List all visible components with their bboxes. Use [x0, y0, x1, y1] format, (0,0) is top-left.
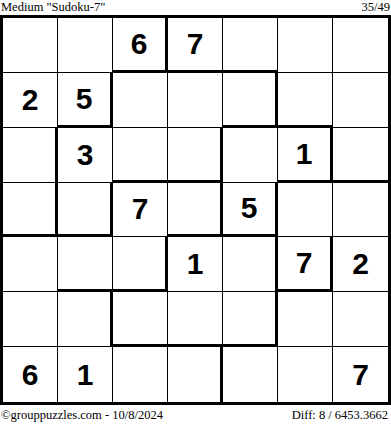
- cell-r4c3[interactable]: 7: [113, 183, 168, 238]
- cell-r3c1[interactable]: [3, 128, 58, 183]
- given-digit: 7: [296, 248, 313, 278]
- given-digit: 3: [77, 140, 94, 170]
- cell-r4c1[interactable]: [3, 183, 58, 238]
- sudoku-grid: 67253175172617: [0, 15, 391, 405]
- cell-r1c6[interactable]: [278, 18, 333, 73]
- given-digit: 6: [22, 360, 39, 390]
- copyright-date: ©grouppuzzles.com - 10/8/2024: [0, 408, 163, 422]
- cell-r7c2[interactable]: 1: [58, 347, 113, 402]
- page-header: Medium "Sudoku-7" 35/49: [0, 0, 391, 14]
- cell-r7c7[interactable]: 7: [333, 347, 388, 402]
- cell-r7c4[interactable]: [168, 347, 223, 402]
- cell-r1c4[interactable]: 7: [168, 18, 223, 73]
- cell-r1c5[interactable]: [223, 18, 278, 73]
- cell-r4c2[interactable]: [58, 183, 113, 238]
- cell-r6c3[interactable]: [113, 292, 168, 347]
- given-digit: 1: [296, 139, 313, 169]
- difficulty-rating: Diff: 8 / 6453.3662: [292, 408, 391, 422]
- given-digit: 1: [187, 249, 204, 279]
- cell-r2c1[interactable]: 2: [3, 73, 58, 128]
- cell-r7c6[interactable]: [278, 347, 333, 402]
- blank-counter: 35/49: [362, 1, 391, 14]
- cell-r2c4[interactable]: [168, 73, 223, 128]
- given-digit: 7: [352, 360, 369, 390]
- cell-r2c7[interactable]: [333, 73, 388, 128]
- cell-r3c7[interactable]: [333, 128, 388, 183]
- given-digit: 7: [187, 29, 204, 59]
- cell-r7c1[interactable]: 6: [3, 347, 58, 402]
- cell-r3c3[interactable]: [113, 128, 168, 183]
- cell-r5c3[interactable]: [113, 237, 168, 292]
- cell-r2c3[interactable]: [113, 73, 168, 128]
- page-footer: ©grouppuzzles.com - 10/8/2024 Diff: 8 / …: [0, 408, 391, 426]
- given-digit: 1: [77, 360, 94, 390]
- cell-r6c7[interactable]: [333, 292, 388, 347]
- cell-r7c3[interactable]: [113, 347, 168, 402]
- cell-r1c7[interactable]: [333, 18, 388, 73]
- cell-r6c5[interactable]: [223, 292, 278, 347]
- cell-r5c7[interactable]: 2: [333, 237, 388, 292]
- cell-r4c5[interactable]: 5: [223, 183, 278, 238]
- cell-r5c1[interactable]: [3, 237, 58, 292]
- cell-r6c1[interactable]: [3, 292, 58, 347]
- given-digit: 7: [132, 194, 149, 224]
- puzzle-title: Medium "Sudoku-7": [0, 1, 105, 14]
- cell-r2c5[interactable]: [223, 73, 278, 128]
- cell-r2c6[interactable]: [278, 73, 333, 128]
- cell-r5c5[interactable]: [223, 237, 278, 292]
- given-digit: 2: [352, 249, 369, 279]
- cell-r5c6[interactable]: 7: [278, 237, 333, 292]
- given-digit: 5: [241, 193, 258, 223]
- cell-r5c2[interactable]: [58, 237, 113, 292]
- cell-r3c4[interactable]: [168, 128, 223, 183]
- cell-r3c2[interactable]: 3: [58, 128, 113, 183]
- given-digit: 2: [22, 85, 39, 115]
- cell-r2c2[interactable]: 5: [58, 73, 113, 128]
- cell-r6c6[interactable]: [278, 292, 333, 347]
- cell-r3c5[interactable]: [223, 128, 278, 183]
- cell-r3c6[interactable]: 1: [278, 128, 333, 183]
- cell-r1c1[interactable]: [3, 18, 58, 73]
- cell-r1c3[interactable]: 6: [113, 18, 168, 73]
- given-digit: 6: [131, 29, 148, 59]
- cell-r4c7[interactable]: [333, 183, 388, 238]
- cell-r1c2[interactable]: [58, 18, 113, 73]
- cell-r4c6[interactable]: [278, 183, 333, 238]
- cell-r4c4[interactable]: [168, 183, 223, 238]
- cell-r6c4[interactable]: [168, 292, 223, 347]
- given-digit: 5: [76, 84, 93, 114]
- cell-r7c5[interactable]: [223, 347, 278, 402]
- cell-r6c2[interactable]: [58, 292, 113, 347]
- cell-r5c4[interactable]: 1: [168, 237, 223, 292]
